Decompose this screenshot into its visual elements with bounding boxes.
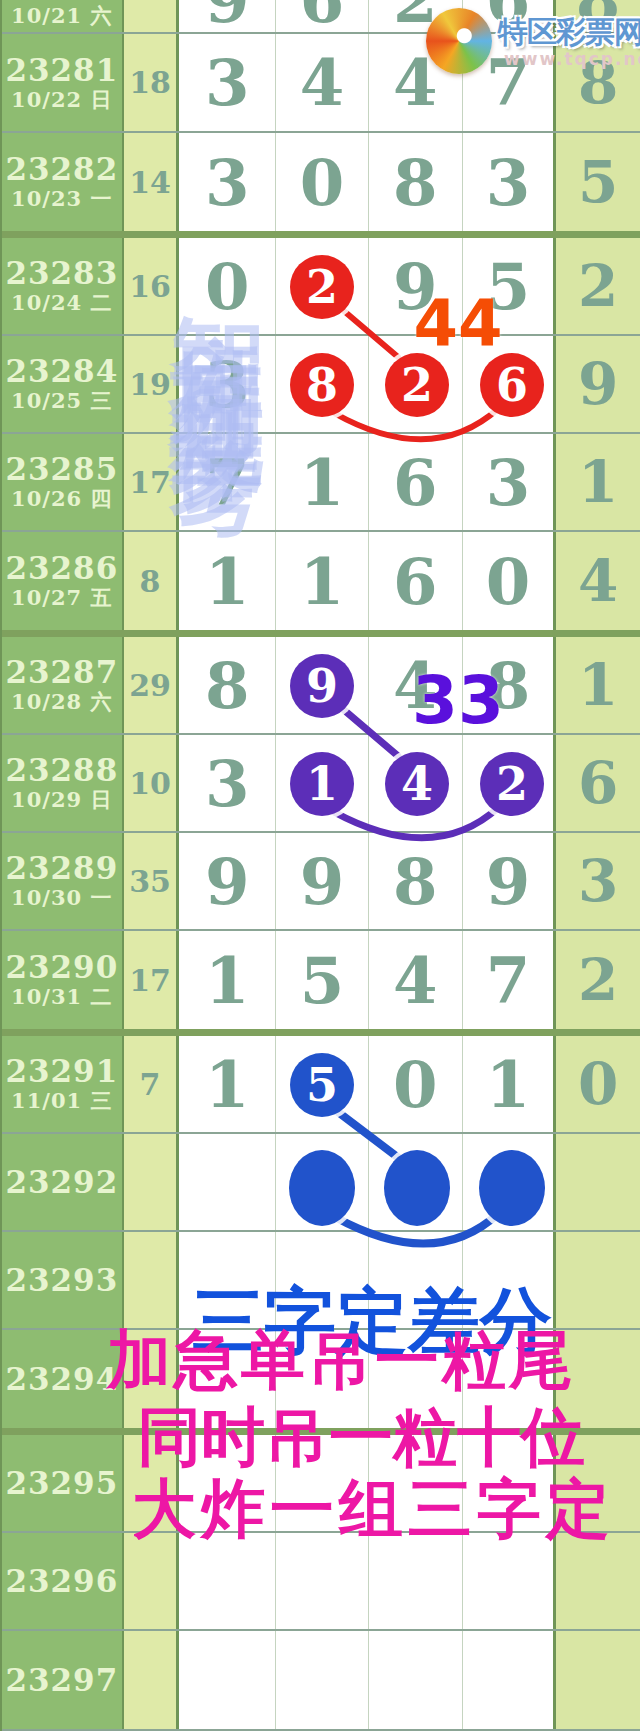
digit-value: 6: [276, 0, 368, 32]
digit-cell: 9: [463, 833, 557, 929]
digit-cell: 1: [463, 1036, 557, 1132]
lottery-trend-chart: 10/21 六962682328110/22 日18344782328210/2…: [0, 0, 640, 1731]
digit-value: 4: [393, 943, 438, 1018]
issue-number: 23285: [5, 452, 118, 486]
digit-value: 1: [205, 1047, 250, 1122]
sum-value: 17: [129, 465, 171, 500]
group-separator: [2, 1029, 640, 1036]
site-url[interactable]: www.tqcp.net: [498, 48, 640, 70]
issue-cell: 2328610/27 五: [2, 532, 124, 630]
digit-value: 9: [205, 844, 250, 919]
issue-cell: 23297: [2, 1631, 124, 1729]
sum-cell: 18: [124, 34, 180, 131]
digit-value: 7: [205, 445, 250, 520]
sum-cell: 8: [124, 532, 180, 630]
digit-cell: 0: [463, 532, 557, 630]
sum-cell: [124, 1134, 180, 1230]
issue-cell: 2328210/23 一: [2, 133, 124, 231]
right-digit-value: 4: [578, 547, 618, 615]
draw-date: 10/28 六: [11, 689, 112, 715]
right-digit-cell: 5: [556, 133, 640, 231]
purple-circle-digit: 4: [385, 752, 449, 816]
right-digit-value: 5: [578, 148, 618, 216]
issue-cell: 23295: [2, 1435, 124, 1531]
group-separator: [2, 630, 640, 637]
right-digit-value: 6: [578, 749, 618, 817]
digit-cell: 7: [463, 931, 557, 1029]
digit-cell: 9: [179, 0, 276, 32]
blue-prediction-dot: [384, 1150, 450, 1226]
digit-value: 9: [179, 0, 275, 32]
issue-cell: 23296: [2, 1533, 124, 1629]
digit-value: 6: [393, 544, 438, 619]
annotation-44: 44: [413, 292, 502, 356]
sum-cell: 10: [124, 735, 180, 831]
draw-date: 10/21 六: [11, 3, 112, 29]
pink-slogan-line-1: 加急单吊一粒尾: [107, 1328, 576, 1392]
digit-value: 7: [486, 943, 531, 1018]
issue-cell: 2328710/28 六: [2, 637, 124, 733]
digit-cell: 1: [276, 434, 369, 530]
digit-cell: 4: [369, 931, 463, 1029]
digit-cell: 0: [369, 1036, 463, 1132]
digit-cell: 1: [276, 532, 369, 630]
table-row-23289: 2328910/30 一3599893: [2, 833, 640, 931]
issue-cell: 2328310/24 二: [2, 238, 124, 334]
issue-number: 23282: [5, 152, 118, 186]
right-digit-value: 3: [578, 847, 618, 915]
right-digit-cell: 1: [556, 434, 640, 530]
right-digit-value: 1: [578, 651, 618, 719]
sum-value: 18: [129, 65, 171, 100]
right-digit-cell: 4: [556, 532, 640, 630]
sum-cell: [124, 1232, 180, 1328]
digit-cell: 6: [369, 434, 463, 530]
right-digit-cell: 2: [556, 931, 640, 1029]
digit-cell: [179, 1533, 276, 1629]
red-circle-digit: 2: [290, 255, 354, 319]
draw-date: 10/30 一: [11, 885, 112, 911]
purple-circle-digit: 1: [290, 752, 354, 816]
site-name: 特区彩票网: [498, 16, 640, 48]
right-digit-cell: [556, 1631, 640, 1729]
digit-value: 4: [300, 45, 345, 120]
sum-cell: 17: [124, 931, 180, 1029]
pink-slogan-line-3: 大炸一组三字定: [132, 1477, 615, 1541]
sum-cell: 7: [124, 1036, 180, 1132]
digit-value: 0: [486, 544, 531, 619]
digit-value: 3: [205, 45, 250, 120]
purple-circle-digit: 9: [290, 654, 354, 718]
red-circle-digit: 2: [385, 353, 449, 417]
issue-cell: 23294: [2, 1330, 124, 1428]
issue-number: 23292: [5, 1165, 118, 1199]
digit-cell: 8: [179, 637, 276, 733]
blue-prediction-dot: [289, 1150, 355, 1226]
digit-value: 6: [393, 445, 438, 520]
right-digit-cell: [556, 1232, 640, 1328]
sum-value: 7: [140, 1067, 161, 1102]
right-digit-value: 2: [578, 252, 618, 320]
table-row-23282: 2328210/23 一1430835: [2, 133, 640, 231]
sum-cell: 14: [124, 133, 180, 231]
draw-date: 10/27 五: [11, 585, 112, 611]
draw-date: 10/23 一: [11, 186, 112, 212]
right-digit-cell: 2: [556, 238, 640, 334]
sum-value: 10: [129, 766, 171, 801]
sum-cell: 35: [124, 833, 180, 929]
watermark-text: 智库排列五规律参考: [170, 240, 264, 384]
purple-circle-digit: 2: [480, 752, 544, 816]
digit-cell: [276, 1533, 369, 1629]
sum-value: 14: [129, 165, 171, 200]
issue-number: 23284: [5, 354, 118, 388]
digit-cell: [463, 1533, 557, 1629]
digit-cell: 6: [276, 0, 369, 32]
digit-cell: 8: [369, 133, 463, 231]
right-digit-cell: 3: [556, 833, 640, 929]
digit-cell: 8: [369, 833, 463, 929]
issue-cell: 2329010/31 二: [2, 931, 124, 1029]
blue-prediction-dot: [479, 1150, 545, 1226]
right-digit-value: 2: [578, 946, 618, 1014]
blue-circle-digit: 5: [290, 1053, 354, 1117]
right-digit-value: 9: [578, 350, 618, 418]
digit-value: 8: [393, 844, 438, 919]
digit-cell: 3: [179, 133, 276, 231]
digit-cell: [463, 1631, 557, 1729]
digit-value: 0: [393, 1047, 438, 1122]
right-digit-cell: 1: [556, 637, 640, 733]
draw-date: 10/24 二: [11, 290, 112, 316]
sum-value: 8: [140, 564, 161, 599]
digit-value: 1: [486, 1047, 531, 1122]
draw-date: 10/29 日: [11, 787, 112, 813]
issue-cell: 2329111/01 三: [2, 1036, 124, 1132]
digit-cell: [276, 1631, 369, 1729]
digit-value: 3: [486, 445, 531, 520]
issue-cell: 10/21 六: [2, 0, 124, 32]
issue-number: 23297: [5, 1663, 118, 1697]
digit-cell: 3: [179, 34, 276, 131]
table-row-23285: 2328510/26 四1771631: [2, 434, 640, 532]
right-digit-cell: 6: [556, 735, 640, 831]
digit-cell: 9: [179, 833, 276, 929]
sum-cell: 17: [124, 434, 180, 530]
issue-number: 23283: [5, 256, 118, 290]
digit-cell: 3: [179, 735, 276, 831]
pink-slogan-line-2: 同时吊一粒十位: [137, 1405, 585, 1469]
issue-number: 23289: [5, 851, 118, 885]
digit-cell: 1: [179, 931, 276, 1029]
group-separator: [2, 231, 640, 238]
draw-date: 11/01 三: [11, 1088, 112, 1114]
digit-cell: 3: [463, 434, 557, 530]
issue-number: 23288: [5, 753, 118, 787]
issue-cell: 23293: [2, 1232, 124, 1328]
digit-cell: 4: [276, 34, 369, 131]
issue-cell: 2328410/25 三: [2, 336, 124, 432]
digit-value: 1: [205, 544, 250, 619]
issue-cell: 2328510/26 四: [2, 434, 124, 530]
issue-number: 23291: [5, 1054, 118, 1088]
issue-number: 23293: [5, 1263, 118, 1297]
draw-date: 10/26 四: [11, 486, 112, 512]
red-circle-digit: 8: [290, 353, 354, 417]
digit-cell: 0: [276, 133, 369, 231]
issue-cell: 2328810/29 日: [2, 735, 124, 831]
issue-cell: 23292: [2, 1134, 124, 1230]
digit-value: 8: [393, 145, 438, 220]
sum-cell: [124, 0, 180, 32]
digit-cell: 1: [179, 532, 276, 630]
issue-number: 23290: [5, 950, 118, 984]
digit-value: 3: [205, 145, 250, 220]
table-row-23297: 23297: [2, 1631, 640, 1731]
annotation-33: 33: [412, 668, 504, 734]
right-digit-value: 1: [578, 448, 618, 516]
right-digit-cell: [556, 1134, 640, 1230]
digit-cell: 9: [276, 833, 369, 929]
issue-number: 23295: [5, 1466, 118, 1500]
issue-number: 23287: [5, 655, 118, 689]
digit-cell: 5: [276, 931, 369, 1029]
digit-cell: 1: [179, 1036, 276, 1132]
digit-cell: [179, 1631, 276, 1729]
sum-value: 17: [129, 963, 171, 998]
right-digit-cell: 0: [556, 1036, 640, 1132]
issue-number: 23281: [5, 53, 118, 87]
issue-number: 23296: [5, 1564, 118, 1598]
digit-value: 9: [486, 844, 531, 919]
digit-value: 8: [205, 648, 250, 723]
digit-value: 3: [486, 145, 531, 220]
site-logo[interactable]: 特区彩票网 www.tqcp.net: [426, 8, 640, 74]
table-row-23290: 2329010/31 二1715472: [2, 931, 640, 1029]
red-circle-digit: 6: [480, 353, 544, 417]
table-row-23286: 2328610/27 五811604: [2, 532, 640, 630]
right-digit-cell: 9: [556, 336, 640, 432]
sum-cell: [124, 1631, 180, 1729]
right-digit-cell: [556, 1533, 640, 1629]
digit-value: 3: [205, 746, 250, 821]
sum-cell: 29: [124, 637, 180, 733]
draw-date: 10/25 三: [11, 388, 112, 414]
sum-value: 35: [129, 864, 171, 899]
draw-date: 10/22 日: [11, 87, 112, 113]
issue-cell: 2328110/22 日: [2, 34, 124, 131]
sum-value: 29: [129, 668, 171, 703]
digit-cell: [369, 1533, 463, 1629]
digit-cell: 3: [463, 133, 557, 231]
issue-number: 23286: [5, 551, 118, 585]
digit-value: 9: [300, 844, 345, 919]
sum-cell: [124, 1533, 180, 1629]
issue-cell: 2328910/30 一: [2, 833, 124, 929]
digit-cell: [369, 1631, 463, 1729]
digit-value: 0: [300, 145, 345, 220]
draw-date: 10/31 二: [11, 984, 112, 1010]
swirl-logo-icon: [426, 8, 492, 74]
digit-cell: 7: [179, 434, 276, 530]
digit-cell: [179, 1134, 276, 1230]
digit-value: 5: [300, 943, 345, 1018]
table-row-23296: 23296: [2, 1533, 640, 1631]
right-digit-value: 0: [578, 1050, 618, 1118]
digit-value: 1: [205, 943, 250, 1018]
issue-number: 23294: [5, 1362, 118, 1396]
digit-value: 1: [300, 445, 345, 520]
digit-value: 1: [300, 544, 345, 619]
digit-cell: 6: [369, 532, 463, 630]
